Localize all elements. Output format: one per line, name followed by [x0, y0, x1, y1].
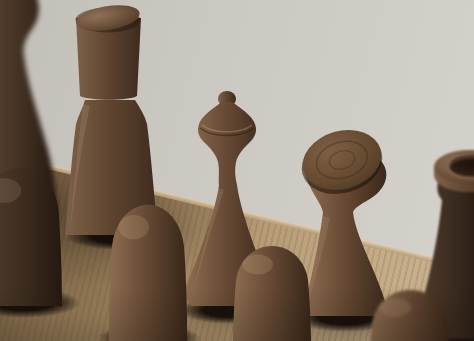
piece-pawn-2[interactable]: ♟: [105, 201, 191, 341]
photo-stage: ♜ ♚ ♛ ♝: [0, 0, 474, 341]
pawn-shape: [105, 201, 191, 341]
piece-pawn-4[interactable]: ♟: [365, 287, 455, 341]
piece-pawn-3[interactable]: ♟: [229, 243, 315, 341]
piece-pawn-1[interactable]: ♟: [0, 164, 66, 306]
pawn-shape: [229, 243, 315, 341]
pawn-shape: [0, 164, 66, 306]
pawn-shape: [365, 287, 455, 341]
